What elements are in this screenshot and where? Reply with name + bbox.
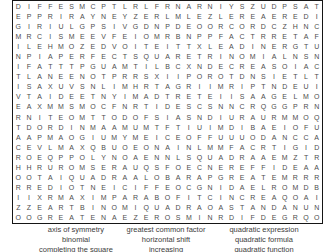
grid-cell[interactable]: R [45, 11, 56, 21]
grid-cell[interactable]: H [45, 41, 56, 51]
grid-cell[interactable]: C [237, 31, 248, 41]
grid-cell[interactable]: A [162, 51, 173, 61]
grid-cell[interactable]: I [34, 51, 45, 61]
grid-cell[interactable]: R [279, 41, 290, 51]
grid-cell[interactable]: T [88, 112, 99, 122]
grid-cell[interactable]: D [98, 41, 109, 51]
grid-cell[interactable]: O [162, 213, 173, 223]
grid-cell[interactable]: L [141, 173, 152, 183]
grid-cell[interactable]: C [226, 21, 237, 31]
grid-cell[interactable]: M [215, 122, 226, 132]
grid-cell[interactable]: D [120, 112, 131, 122]
grid-cell[interactable]: R [56, 162, 67, 172]
grid-cell[interactable]: A [13, 132, 24, 142]
grid-cell[interactable]: A [258, 11, 269, 21]
grid-cell[interactable]: O [173, 162, 184, 172]
grid-cell[interactable]: L [279, 51, 290, 61]
grid-cell[interactable]: E [34, 203, 45, 213]
grid-cell[interactable]: N [226, 193, 237, 203]
grid-cell[interactable]: Q [141, 51, 152, 61]
grid-cell[interactable]: U [215, 132, 226, 142]
grid-cell[interactable]: A [77, 11, 88, 21]
grid-cell[interactable]: E [66, 72, 77, 82]
grid-cell[interactable]: I [88, 132, 99, 142]
grid-cell[interactable]: T [141, 41, 152, 51]
grid-cell[interactable]: A [130, 152, 141, 162]
grid-cell[interactable]: I [109, 21, 120, 31]
grid-cell[interactable]: S [152, 112, 163, 122]
grid-cell[interactable]: R [173, 51, 184, 61]
grid-cell[interactable]: N [258, 41, 269, 51]
grid-cell[interactable]: M [45, 132, 56, 142]
grid-cell[interactable]: Z [279, 21, 290, 31]
grid-cell[interactable]: R [269, 112, 280, 122]
grid-cell[interactable]: F [152, 183, 163, 193]
grid-cell[interactable]: L [66, 21, 77, 31]
grid-cell[interactable]: N [98, 213, 109, 223]
grid-cell[interactable]: S [24, 82, 35, 92]
grid-cell[interactable]: P [34, 11, 45, 21]
grid-cell[interactable]: Q [141, 162, 152, 172]
grid-cell[interactable]: X [77, 142, 88, 152]
grid-cell[interactable]: I [258, 51, 269, 61]
grid-cell[interactable]: U [98, 132, 109, 142]
grid-cell[interactable]: D [237, 41, 248, 51]
grid-cell[interactable]: T [183, 41, 194, 51]
grid-cell[interactable]: A [279, 203, 290, 213]
grid-cell[interactable]: M [183, 213, 194, 223]
grid-cell[interactable]: M [290, 183, 301, 193]
grid-cell[interactable]: I [45, 21, 56, 31]
grid-cell[interactable]: R [109, 162, 120, 172]
grid-cell[interactable]: R [237, 11, 248, 21]
grid-cell[interactable]: E [152, 41, 163, 51]
grid-cell[interactable]: O [237, 51, 248, 61]
grid-cell[interactable]: M [130, 92, 141, 102]
grid-cell[interactable]: N [45, 72, 56, 82]
grid-cell[interactable]: A [120, 162, 131, 172]
grid-cell[interactable]: P [205, 173, 216, 183]
grid-cell[interactable]: U [301, 82, 312, 92]
grid-cell[interactable]: F [45, 1, 56, 11]
grid-cell[interactable]: A [120, 193, 131, 203]
grid-cell[interactable]: N [311, 102, 322, 112]
grid-cell[interactable]: T [311, 1, 322, 11]
grid-cell[interactable]: T [152, 82, 163, 92]
grid-cell[interactable]: I [162, 41, 173, 51]
grid-cell[interactable]: N [152, 142, 163, 152]
grid-cell[interactable]: T [77, 183, 88, 193]
grid-cell[interactable]: O [77, 152, 88, 162]
grid-cell[interactable]: U [311, 41, 322, 51]
grid-cell[interactable]: R [45, 213, 56, 223]
grid-cell[interactable]: A [66, 193, 77, 203]
grid-cell[interactable]: I [24, 21, 35, 31]
grid-cell[interactable]: N [183, 142, 194, 152]
grid-cell[interactable]: I [173, 142, 184, 152]
grid-cell[interactable]: N [301, 21, 312, 31]
grid-cell[interactable]: A [34, 92, 45, 102]
grid-cell[interactable]: I [24, 193, 35, 203]
grid-cell[interactable]: M [88, 122, 99, 132]
grid-cell[interactable]: D [226, 213, 237, 223]
grid-cell[interactable]: O [141, 31, 152, 41]
grid-cell[interactable]: E [98, 183, 109, 193]
grid-cell[interactable]: M [77, 112, 88, 122]
grid-cell[interactable]: M [56, 102, 67, 112]
grid-cell[interactable]: N [77, 72, 88, 82]
grid-cell[interactable]: F [258, 162, 269, 172]
grid-cell[interactable]: S [269, 62, 280, 72]
grid-cell[interactable]: M [215, 142, 226, 152]
grid-cell[interactable]: O [66, 132, 77, 142]
grid-cell[interactable]: T [311, 72, 322, 82]
grid-cell[interactable]: E [56, 1, 67, 11]
grid-cell[interactable]: O [13, 173, 24, 183]
grid-cell[interactable]: R [269, 31, 280, 41]
grid-cell[interactable]: D [301, 11, 312, 21]
grid-cell[interactable]: E [66, 51, 77, 61]
grid-cell[interactable]: M [301, 92, 312, 102]
grid-cell[interactable]: C [301, 132, 312, 142]
grid-cell[interactable]: A [226, 31, 237, 41]
grid-cell[interactable]: A [215, 203, 226, 213]
grid-cell[interactable]: E [162, 183, 173, 193]
grid-cell[interactable]: E [269, 152, 280, 162]
grid-cell[interactable]: S [152, 162, 163, 172]
grid-cell[interactable]: E [269, 122, 280, 132]
grid-cell[interactable]: A [258, 122, 269, 132]
grid-cell[interactable]: I [215, 92, 226, 102]
grid-cell[interactable]: E [130, 142, 141, 152]
grid-cell[interactable]: I [130, 31, 141, 41]
grid-cell[interactable]: R [269, 183, 280, 193]
grid-cell[interactable]: T [194, 193, 205, 203]
grid-cell[interactable]: A [237, 183, 248, 193]
grid-cell[interactable]: M [77, 1, 88, 11]
grid-cell[interactable]: E [183, 21, 194, 31]
grid-cell[interactable]: X [34, 102, 45, 112]
grid-cell[interactable]: M [120, 122, 131, 132]
grid-cell[interactable]: C [237, 193, 248, 203]
grid-cell[interactable]: E [13, 102, 24, 112]
grid-cell[interactable]: E [88, 31, 99, 41]
grid-cell[interactable]: R [247, 193, 258, 203]
grid-cell[interactable]: T [141, 102, 152, 112]
grid-cell[interactable]: M [120, 62, 131, 72]
grid-cell[interactable]: E [269, 213, 280, 223]
grid-cell[interactable]: E [141, 132, 152, 142]
grid-cell[interactable]: O [66, 41, 77, 51]
grid-cell[interactable]: P [194, 31, 205, 41]
grid-cell[interactable]: A [247, 112, 258, 122]
grid-cell[interactable]: P [290, 102, 301, 112]
grid-cell[interactable]: N [269, 82, 280, 92]
grid-cell[interactable]: A [56, 132, 67, 142]
grid-cell[interactable]: O [109, 203, 120, 213]
grid-cell[interactable]: N [205, 213, 216, 223]
grid-cell[interactable]: R [120, 72, 131, 82]
grid-cell[interactable]: D [226, 152, 237, 162]
grid-cell[interactable]: D [13, 1, 24, 11]
grid-cell[interactable]: R [109, 173, 120, 183]
grid-cell[interactable]: E [56, 72, 67, 82]
grid-cell[interactable]: A [269, 193, 280, 203]
grid-cell[interactable]: E [120, 213, 131, 223]
grid-cell[interactable]: A [258, 152, 269, 162]
grid-cell[interactable]: E [269, 173, 280, 183]
grid-cell[interactable]: R [279, 11, 290, 21]
grid-cell[interactable]: P [56, 152, 67, 162]
grid-cell[interactable]: E [215, 62, 226, 72]
grid-cell[interactable]: R [45, 193, 56, 203]
grid-cell[interactable]: I [269, 72, 280, 82]
grid-cell[interactable]: S [237, 92, 248, 102]
grid-cell[interactable]: I [215, 193, 226, 203]
grid-cell[interactable]: A [45, 173, 56, 183]
grid-cell[interactable]: G [279, 102, 290, 112]
grid-cell[interactable]: P [66, 152, 77, 162]
grid-cell[interactable]: E [247, 11, 258, 21]
grid-cell[interactable]: S [98, 21, 109, 31]
grid-cell[interactable]: N [290, 203, 301, 213]
grid-cell[interactable]: T [269, 142, 280, 152]
grid-cell[interactable]: A [88, 173, 99, 183]
grid-cell[interactable]: P [109, 193, 120, 203]
grid-cell[interactable]: O [120, 142, 131, 152]
grid-cell[interactable]: E [141, 213, 152, 223]
grid-cell[interactable]: L [205, 41, 216, 51]
grid-cell[interactable]: O [279, 183, 290, 193]
grid-cell[interactable]: S [183, 152, 194, 162]
grid-cell[interactable]: G [34, 213, 45, 223]
grid-cell[interactable]: B [162, 173, 173, 183]
grid-cell[interactable]: R [237, 112, 248, 122]
grid-cell[interactable]: L [120, 1, 131, 11]
grid-cell[interactable]: L [183, 11, 194, 21]
grid-cell[interactable]: R [290, 213, 301, 223]
grid-cell[interactable]: I [152, 102, 163, 112]
grid-cell[interactable]: O [24, 173, 35, 183]
grid-cell[interactable]: C [247, 142, 258, 152]
grid-cell[interactable]: I [247, 41, 258, 51]
grid-cell[interactable]: T [56, 62, 67, 72]
grid-cell[interactable]: S [66, 1, 77, 11]
grid-cell[interactable]: G [215, 173, 226, 183]
grid-cell[interactable]: D [258, 21, 269, 31]
grid-cell[interactable]: M [279, 173, 290, 183]
grid-cell[interactable]: D [98, 173, 109, 183]
grid-cell[interactable]: R [311, 152, 322, 162]
grid-cell[interactable]: S [258, 72, 269, 82]
grid-cell[interactable]: P [77, 62, 88, 72]
grid-cell[interactable]: Q [279, 193, 290, 203]
grid-cell[interactable]: U [77, 173, 88, 183]
grid-cell[interactable]: O [34, 122, 45, 132]
grid-cell[interactable]: I [194, 213, 205, 223]
grid-cell[interactable]: X [152, 72, 163, 82]
grid-cell[interactable]: U [205, 152, 216, 162]
grid-cell[interactable]: R [152, 11, 163, 21]
grid-cell[interactable]: M [120, 82, 131, 92]
grid-cell[interactable]: X [194, 41, 205, 51]
grid-cell[interactable]: B [311, 183, 322, 193]
grid-cell[interactable]: D [237, 72, 248, 82]
grid-cell[interactable]: Q [194, 152, 205, 162]
grid-cell[interactable]: I [56, 11, 67, 21]
grid-cell[interactable]: T [98, 72, 109, 82]
grid-cell[interactable]: S [77, 82, 88, 92]
grid-cell[interactable]: I [290, 62, 301, 72]
grid-cell[interactable]: R [215, 213, 226, 223]
grid-cell[interactable]: I [205, 82, 216, 92]
grid-cell[interactable]: I [130, 41, 141, 51]
grid-cell[interactable]: V [109, 41, 120, 51]
grid-cell[interactable]: E [247, 62, 258, 72]
grid-cell[interactable]: A [66, 213, 77, 223]
grid-cell[interactable]: I [162, 72, 173, 82]
grid-cell[interactable]: G [269, 92, 280, 102]
grid-cell[interactable]: R [13, 112, 24, 122]
grid-cell[interactable]: O [205, 203, 216, 213]
grid-cell[interactable]: N [24, 112, 35, 122]
grid-cell[interactable]: F [301, 122, 312, 132]
grid-cell[interactable]: D [45, 183, 56, 193]
grid-cell[interactable]: E [56, 112, 67, 122]
grid-cell[interactable]: O [215, 72, 226, 82]
grid-cell[interactable]: S [183, 102, 194, 112]
grid-cell[interactable]: M [130, 132, 141, 142]
grid-cell[interactable]: D [311, 142, 322, 152]
grid-cell[interactable]: L [24, 41, 35, 51]
grid-cell[interactable]: N [205, 1, 216, 11]
grid-cell[interactable]: A [183, 1, 194, 11]
grid-cell[interactable]: I [13, 82, 24, 92]
grid-cell[interactable]: E [279, 31, 290, 41]
grid-cell[interactable]: I [141, 62, 152, 72]
grid-cell[interactable]: T [194, 51, 205, 61]
grid-cell[interactable]: M [173, 11, 184, 21]
grid-cell[interactable]: C [194, 102, 205, 112]
grid-cell[interactable]: V [66, 82, 77, 92]
grid-cell[interactable]: Q [66, 173, 77, 183]
grid-cell[interactable]: R [24, 183, 35, 193]
grid-cell[interactable]: O [120, 41, 131, 51]
grid-cell[interactable]: I [311, 193, 322, 203]
grid-cell[interactable]: D [226, 122, 237, 132]
grid-cell[interactable]: V [120, 21, 131, 31]
grid-cell[interactable]: U [301, 203, 312, 213]
grid-cell[interactable]: O [109, 112, 120, 122]
grid-cell[interactable]: T [66, 203, 77, 213]
grid-cell[interactable]: Q [141, 203, 152, 213]
grid-cell[interactable]: T [45, 62, 56, 72]
grid-cell[interactable]: F [162, 162, 173, 172]
grid-cell[interactable]: O [279, 62, 290, 72]
grid-cell[interactable]: I [88, 203, 99, 213]
grid-cell[interactable]: Z [247, 1, 258, 11]
grid-cell[interactable]: B [173, 31, 184, 41]
grid-cell[interactable]: R [13, 152, 24, 162]
grid-cell[interactable]: R [205, 72, 216, 82]
grid-cell[interactable]: U [194, 122, 205, 132]
grid-cell[interactable]: I [311, 11, 322, 21]
grid-cell[interactable]: L [88, 152, 99, 162]
grid-cell[interactable]: I [120, 92, 131, 102]
grid-cell[interactable]: N [152, 21, 163, 31]
grid-cell[interactable]: Q [258, 102, 269, 112]
grid-cell[interactable]: R [183, 203, 194, 213]
grid-cell[interactable]: E [66, 92, 77, 102]
grid-cell[interactable]: U [237, 132, 248, 142]
grid-cell[interactable]: D [279, 162, 290, 172]
grid-cell[interactable]: T [258, 82, 269, 92]
grid-cell[interactable]: R [226, 162, 237, 172]
grid-cell[interactable]: T [24, 92, 35, 102]
grid-cell[interactable]: X [45, 82, 56, 92]
grid-cell[interactable]: I [279, 122, 290, 132]
grid-cell[interactable]: X [34, 193, 45, 203]
grid-cell[interactable]: A [226, 41, 237, 51]
grid-cell[interactable]: F [162, 122, 173, 132]
grid-cell[interactable]: E [98, 51, 109, 61]
grid-cell[interactable]: N [162, 152, 173, 162]
grid-cell[interactable]: Z [77, 41, 88, 51]
grid-cell[interactable]: M [56, 41, 67, 51]
grid-cell[interactable]: I [24, 1, 35, 11]
grid-cell[interactable]: N [205, 162, 216, 172]
grid-cell[interactable]: T [109, 1, 120, 11]
grid-cell[interactable]: R [226, 82, 237, 92]
grid-cell[interactable]: G [77, 132, 88, 142]
grid-cell[interactable]: I [109, 183, 120, 193]
grid-cell[interactable]: Y [120, 132, 131, 142]
grid-cell[interactable]: R [173, 92, 184, 102]
grid-cell[interactable]: M [152, 31, 163, 41]
grid-cell[interactable]: U [130, 162, 141, 172]
grid-cell[interactable]: P [98, 1, 109, 11]
grid-cell[interactable]: L [258, 183, 269, 193]
grid-cell[interactable]: I [215, 1, 226, 11]
grid-cell[interactable]: O [162, 193, 173, 203]
grid-cell[interactable]: E [183, 162, 194, 172]
grid-cell[interactable]: B [162, 62, 173, 72]
grid-cell[interactable]: D [205, 62, 216, 72]
grid-cell[interactable]: P [56, 51, 67, 61]
grid-cell[interactable]: C [311, 62, 322, 72]
grid-cell[interactable]: I [130, 183, 141, 193]
grid-cell[interactable]: I [109, 82, 120, 92]
grid-cell[interactable]: E [77, 31, 88, 41]
grid-cell[interactable]: S [205, 102, 216, 112]
grid-cell[interactable]: N [258, 203, 269, 213]
grid-cell[interactable]: O [237, 21, 248, 31]
grid-cell[interactable]: O [120, 152, 131, 162]
grid-cell[interactable]: L [301, 72, 312, 82]
grid-cell[interactable]: D [205, 112, 216, 122]
grid-cell[interactable]: C [162, 132, 173, 142]
grid-cell[interactable]: C [13, 142, 24, 152]
grid-cell[interactable]: B [98, 142, 109, 152]
grid-cell[interactable]: R [237, 152, 248, 162]
grid-cell[interactable]: R [258, 142, 269, 152]
grid-cell[interactable]: O [301, 112, 312, 122]
grid-cell[interactable]: T [194, 92, 205, 102]
grid-cell[interactable]: N [311, 51, 322, 61]
grid-cell[interactable]: E [205, 92, 216, 102]
grid-cell[interactable]: R [141, 82, 152, 92]
grid-cell[interactable]: E [88, 41, 99, 51]
